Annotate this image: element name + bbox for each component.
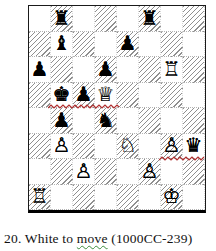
white-rook-piece: ♖ xyxy=(163,57,181,82)
square-e5 xyxy=(117,83,139,109)
square-f2: ♙ xyxy=(139,159,161,185)
square-f5 xyxy=(139,83,161,109)
caption-suffix: (1000CC-239) xyxy=(108,231,193,246)
square-h1 xyxy=(183,185,205,211)
square-f7 xyxy=(139,32,161,58)
square-b3: ♙ xyxy=(51,134,73,160)
white-rook-piece: ♖ xyxy=(31,184,49,209)
square-c4 xyxy=(73,108,95,134)
black-king-piece: ♚ xyxy=(53,82,71,107)
black-rook-piece: ♜ xyxy=(53,6,71,31)
square-h7 xyxy=(183,32,205,58)
square-d5: ♕ xyxy=(95,83,117,109)
square-c1 xyxy=(73,185,95,211)
square-e1 xyxy=(117,185,139,211)
square-g6: ♖ xyxy=(161,57,183,83)
square-e6 xyxy=(117,57,139,83)
square-e7: ♟ xyxy=(117,32,139,58)
black-bishop-piece: ♝ xyxy=(53,31,71,56)
square-f4 xyxy=(139,108,161,134)
black-pawn-piece: ♟ xyxy=(97,57,115,82)
square-e3: ♘ xyxy=(117,134,139,160)
black-pawn-piece: ♟ xyxy=(31,57,49,82)
square-g1: ♔ xyxy=(161,185,183,211)
diagram-caption: 20. White to move (1000CC-239) xyxy=(4,231,192,247)
square-a4 xyxy=(29,108,51,134)
black-queen-piece: ♛ xyxy=(185,133,203,158)
square-f1 xyxy=(139,185,161,211)
white-pawn-piece: ♙ xyxy=(75,159,93,184)
square-c5: ♟ xyxy=(73,83,95,109)
square-f6 xyxy=(139,57,161,83)
white-king-piece: ♔ xyxy=(163,184,181,209)
square-h5 xyxy=(183,83,205,109)
square-a1: ♖ xyxy=(29,185,51,211)
square-g7 xyxy=(161,32,183,58)
white-pawn-piece: ♙ xyxy=(141,159,159,184)
square-b5: ♚ xyxy=(51,83,73,109)
caption-prefix: 20. White to xyxy=(4,231,77,246)
square-c2: ♙ xyxy=(73,159,95,185)
square-d8 xyxy=(95,6,117,32)
square-d2 xyxy=(95,159,117,185)
square-a6: ♟ xyxy=(29,57,51,83)
square-d6: ♟ xyxy=(95,57,117,83)
square-c6 xyxy=(73,57,95,83)
chess-board: ♜♜♝♟♟♟♖♚♟♕♟♞♙♘♙♛♙♙♖♔ xyxy=(28,5,206,213)
square-h2 xyxy=(183,159,205,185)
square-d1 xyxy=(95,185,117,211)
square-a8 xyxy=(29,6,51,32)
square-d4: ♞ xyxy=(95,108,117,134)
square-f8: ♜ xyxy=(139,6,161,32)
square-c8 xyxy=(73,6,95,32)
square-b7: ♝ xyxy=(51,32,73,58)
square-g5 xyxy=(161,83,183,109)
square-f3 xyxy=(139,134,161,160)
square-c7 xyxy=(73,32,95,58)
square-a3 xyxy=(29,134,51,160)
square-e4 xyxy=(117,108,139,134)
square-h4 xyxy=(183,108,205,134)
square-b8: ♜ xyxy=(51,6,73,32)
square-h3: ♛ xyxy=(183,134,205,160)
black-rook-piece: ♜ xyxy=(141,6,159,31)
square-g3: ♙ xyxy=(161,134,183,160)
square-b1 xyxy=(51,185,73,211)
black-knight-piece: ♞ xyxy=(97,108,115,133)
square-e2 xyxy=(117,159,139,185)
square-g2 xyxy=(161,159,183,185)
black-pawn-piece: ♟ xyxy=(53,108,71,133)
square-h8 xyxy=(183,6,205,32)
square-a7 xyxy=(29,32,51,58)
caption-flagged-word: move xyxy=(77,231,108,246)
black-pawn-piece: ♟ xyxy=(75,82,93,107)
white-pawn-piece: ♙ xyxy=(53,133,71,158)
square-a2 xyxy=(29,159,51,185)
square-d7 xyxy=(95,32,117,58)
square-e8 xyxy=(117,6,139,32)
white-queen-piece: ♕ xyxy=(97,82,115,107)
square-g8 xyxy=(161,6,183,32)
black-pawn-piece: ♟ xyxy=(119,31,137,56)
square-b4: ♟ xyxy=(51,108,73,134)
square-g4 xyxy=(161,108,183,134)
square-b2 xyxy=(51,159,73,185)
square-c3 xyxy=(73,134,95,160)
square-a5 xyxy=(29,83,51,109)
white-knight-piece: ♘ xyxy=(119,133,137,158)
square-h6 xyxy=(183,57,205,83)
white-pawn-piece: ♙ xyxy=(163,133,181,158)
square-b6 xyxy=(51,57,73,83)
square-d3 xyxy=(95,134,117,160)
